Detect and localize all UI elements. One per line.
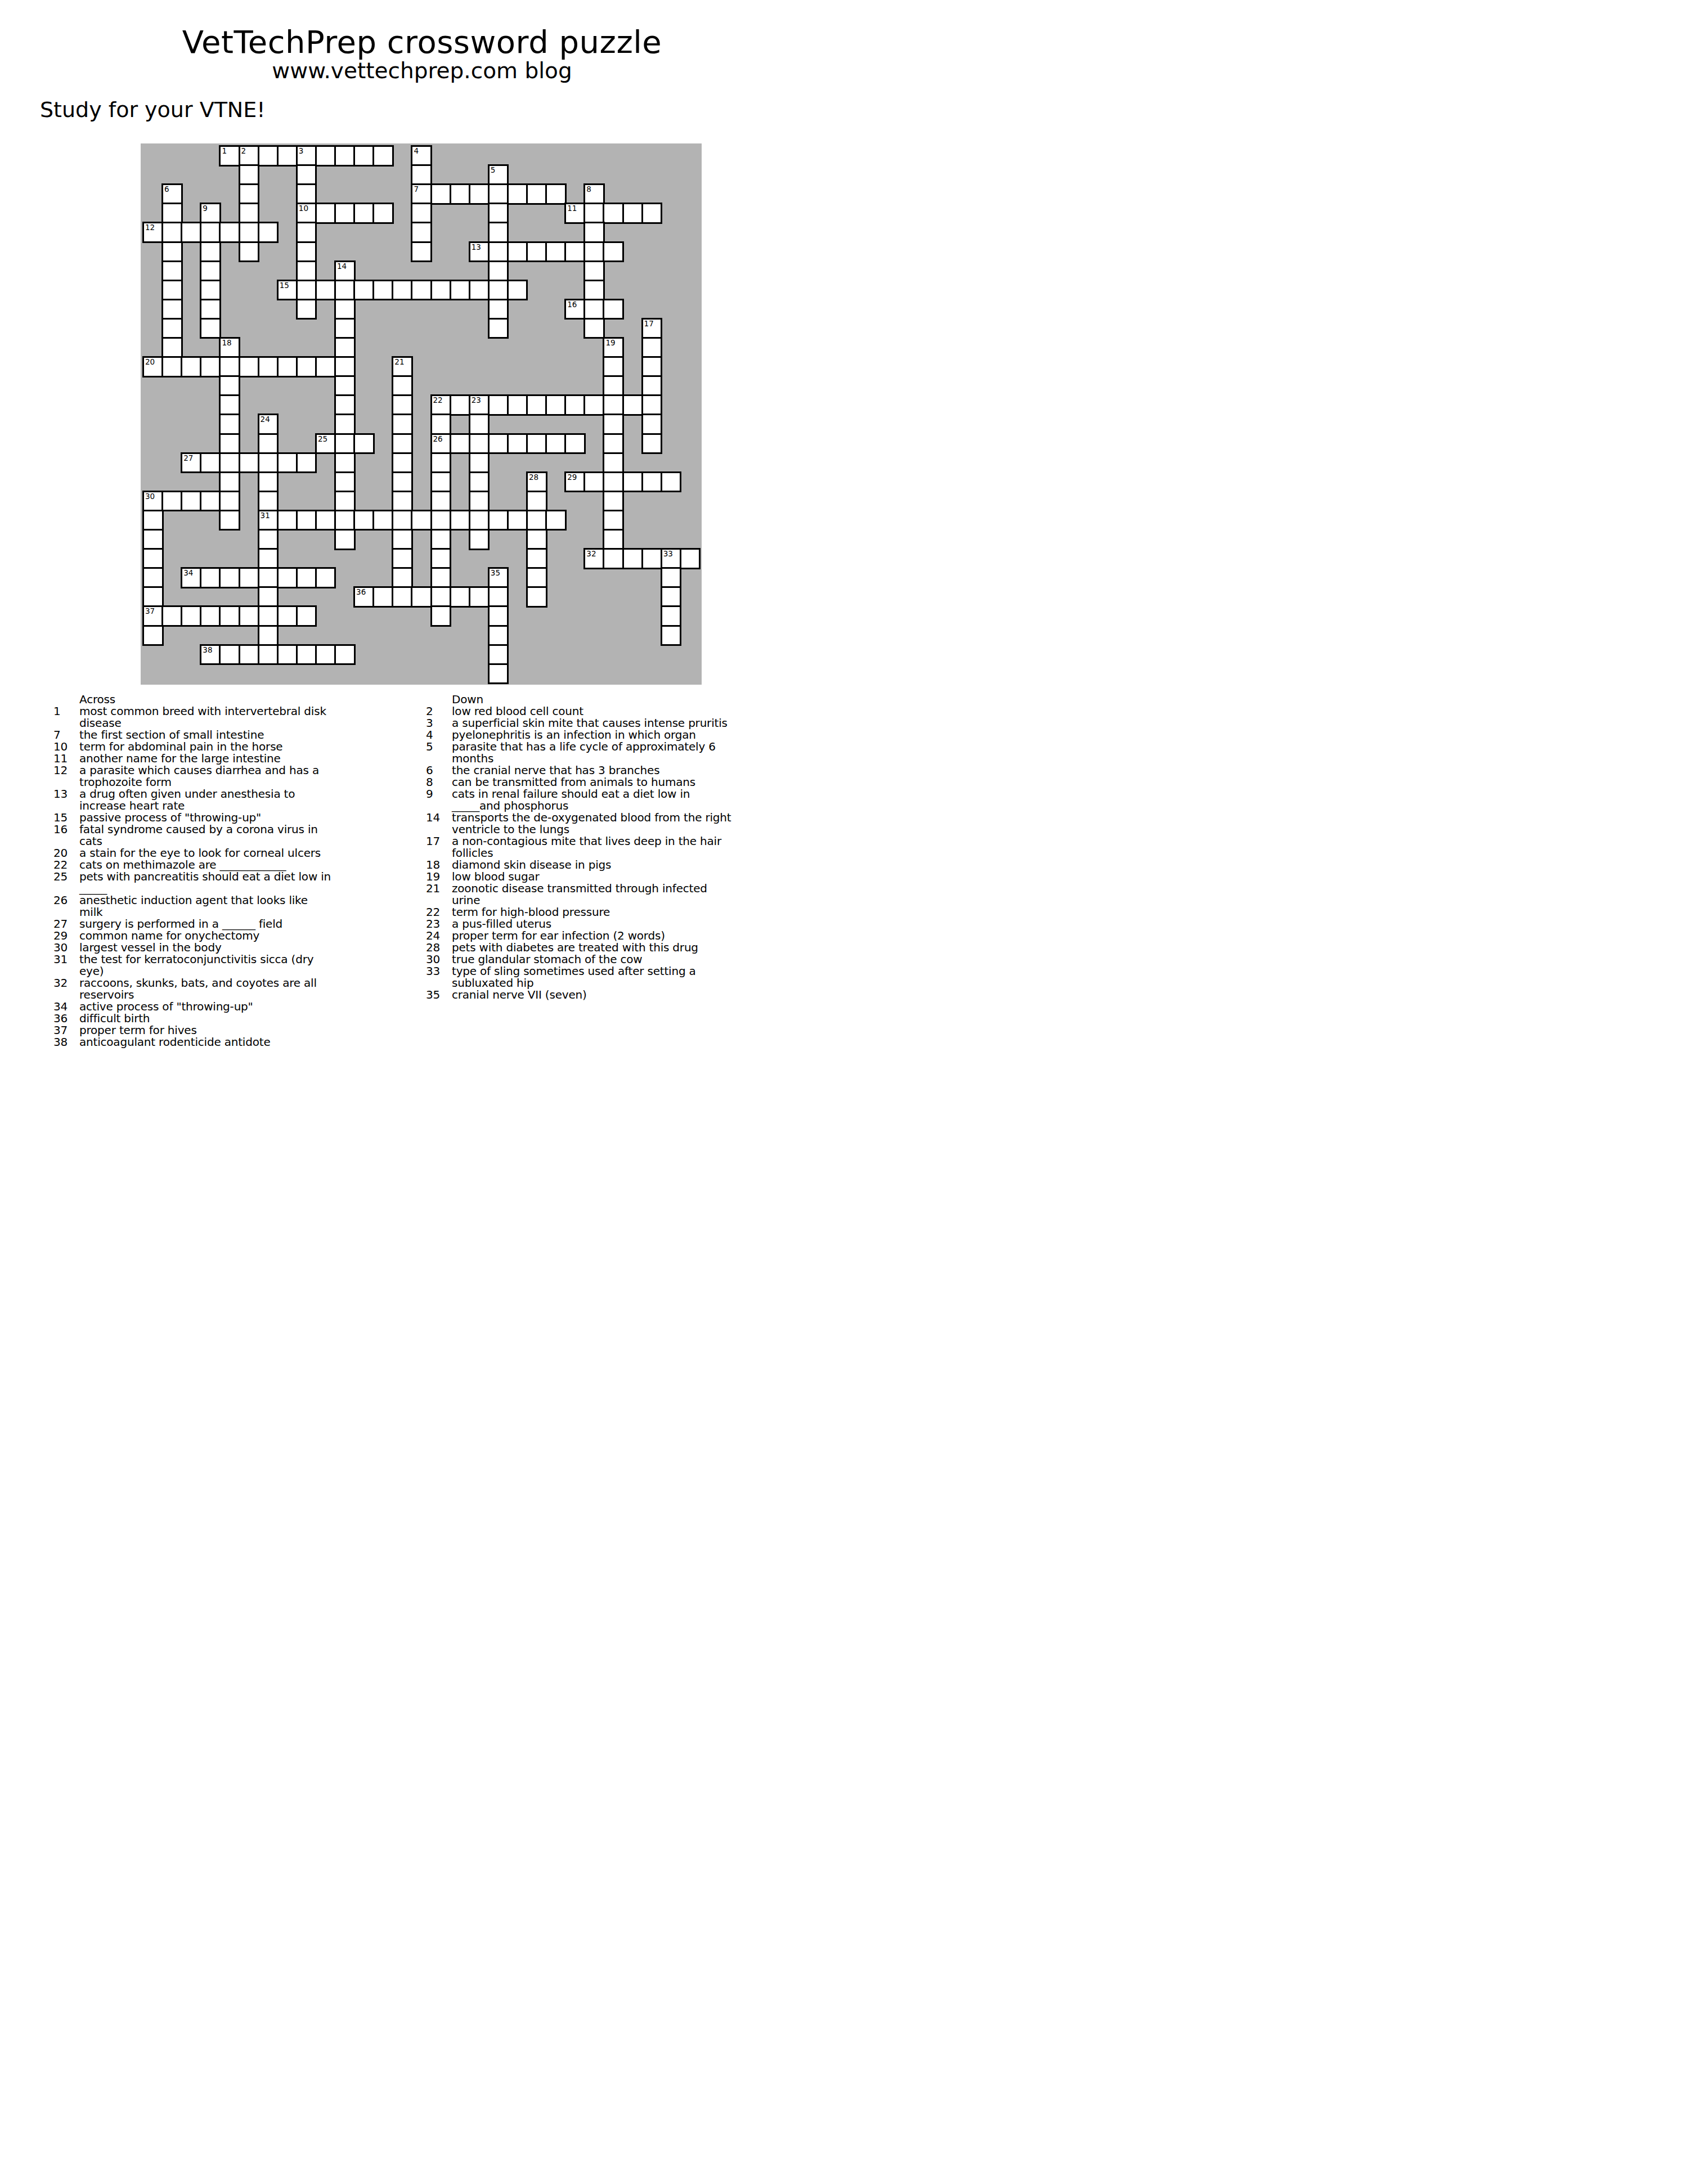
grid-cell[interactable]: [258, 433, 279, 455]
grid-cell[interactable]: [641, 337, 663, 358]
grid-cell[interactable]: [392, 414, 413, 435]
grid-cell[interactable]: [583, 203, 605, 224]
grid-cell[interactable]: [603, 491, 624, 512]
grid-cell[interactable]: [392, 452, 413, 474]
grid-cell[interactable]: [296, 452, 317, 474]
grid-cell[interactable]: [488, 318, 509, 339]
grid-cell[interactable]: [296, 164, 317, 186]
grid-cell[interactable]: [372, 510, 394, 531]
grid-cell[interactable]: [661, 567, 682, 588]
grid-cell[interactable]: [430, 491, 452, 512]
grid-cell[interactable]: [219, 356, 240, 378]
grid-cell[interactable]: [526, 586, 547, 608]
grid-cell[interactable]: [392, 510, 413, 531]
grid-cell[interactable]: [603, 356, 624, 378]
grid-cell[interactable]: 21: [392, 356, 413, 378]
grid-cell[interactable]: [219, 414, 240, 435]
grid-cell[interactable]: [161, 318, 183, 339]
grid-cell[interactable]: [526, 510, 547, 531]
grid-cell[interactable]: [392, 586, 413, 608]
grid-cell[interactable]: 27: [181, 452, 202, 474]
grid-cell[interactable]: [277, 644, 298, 666]
grid-cell[interactable]: [526, 567, 547, 588]
grid-cell[interactable]: 17: [641, 318, 663, 339]
grid-cell[interactable]: [430, 183, 452, 205]
grid-cell[interactable]: [469, 452, 490, 474]
grid-cell[interactable]: 20: [142, 356, 164, 378]
grid-cell[interactable]: [450, 510, 471, 531]
grid-cell[interactable]: [603, 529, 624, 550]
grid-cell[interactable]: 25: [315, 433, 336, 455]
grid-cell[interactable]: [603, 299, 624, 320]
grid-cell[interactable]: [277, 452, 298, 474]
grid-cell[interactable]: 37: [142, 605, 164, 627]
grid-cell[interactable]: [392, 280, 413, 301]
grid-cell[interactable]: [661, 625, 682, 646]
grid-cell[interactable]: [411, 280, 432, 301]
grid-cell[interactable]: [564, 433, 586, 455]
grid-cell[interactable]: [392, 433, 413, 455]
grid-cell[interactable]: [469, 491, 490, 512]
grid-cell[interactable]: [583, 394, 605, 416]
grid-cell[interactable]: [641, 471, 663, 493]
grid-cell[interactable]: 13: [469, 241, 490, 263]
grid-cell[interactable]: [142, 586, 164, 608]
grid-cell[interactable]: 36: [353, 586, 375, 608]
grid-cell[interactable]: [545, 183, 567, 205]
grid-cell[interactable]: [583, 471, 605, 493]
grid-cell[interactable]: [392, 567, 413, 588]
grid-cell[interactable]: [564, 394, 586, 416]
grid-cell[interactable]: [507, 394, 528, 416]
grid-cell[interactable]: [219, 452, 240, 474]
grid-cell[interactable]: [469, 183, 490, 205]
grid-cell[interactable]: 4: [411, 145, 432, 167]
grid-cell[interactable]: [622, 471, 644, 493]
grid-cell[interactable]: 30: [142, 491, 164, 512]
grid-cell[interactable]: [258, 529, 279, 550]
grid-cell[interactable]: [430, 280, 452, 301]
grid-cell[interactable]: [161, 280, 183, 301]
grid-cell[interactable]: [603, 203, 624, 224]
grid-cell[interactable]: [200, 241, 221, 263]
grid-cell[interactable]: [392, 375, 413, 397]
grid-cell[interactable]: [641, 548, 663, 569]
grid-cell[interactable]: [372, 586, 394, 608]
grid-cell[interactable]: 29: [564, 471, 586, 493]
grid-cell[interactable]: [641, 414, 663, 435]
grid-cell[interactable]: [296, 644, 317, 666]
grid-cell[interactable]: 32: [583, 548, 605, 569]
grid-cell[interactable]: [507, 433, 528, 455]
grid-cell[interactable]: [526, 548, 547, 569]
clue-number: 38: [53, 1036, 79, 1048]
grid-cell[interactable]: [161, 260, 183, 282]
grid-cell[interactable]: [161, 203, 183, 224]
grid-cell[interactable]: [641, 356, 663, 378]
grid-cell[interactable]: [296, 260, 317, 282]
grid-cell[interactable]: [469, 586, 490, 608]
grid-cell[interactable]: [469, 471, 490, 493]
grid-cell[interactable]: 1: [219, 145, 240, 167]
grid-cell[interactable]: 28: [526, 471, 547, 493]
grid-cell[interactable]: [200, 452, 221, 474]
grid-cell[interactable]: [353, 280, 375, 301]
grid-cell[interactable]: [219, 644, 240, 666]
grid-cell[interactable]: [603, 452, 624, 474]
grid-cell[interactable]: [334, 510, 356, 531]
grid-cell[interactable]: [507, 280, 528, 301]
grid-cell[interactable]: [488, 299, 509, 320]
grid-cell[interactable]: [200, 222, 221, 243]
grid-cell[interactable]: [622, 548, 644, 569]
grid-cell[interactable]: [430, 471, 452, 493]
grid-cell[interactable]: [411, 164, 432, 186]
grid-cell[interactable]: [488, 586, 509, 608]
grid-cell[interactable]: [488, 663, 509, 685]
grid-cell[interactable]: [488, 433, 509, 455]
grid-cell[interactable]: [430, 605, 452, 627]
grid-cell[interactable]: [200, 356, 221, 378]
grid-cell[interactable]: [430, 567, 452, 588]
grid-cell[interactable]: [334, 433, 356, 455]
grid-cell[interactable]: [603, 414, 624, 435]
clue-text: most common breed with intervertebral di…: [79, 705, 333, 729]
grid-cell[interactable]: [219, 375, 240, 397]
grid-cell[interactable]: [411, 510, 432, 531]
grid-cell[interactable]: [507, 183, 528, 205]
grid-cell[interactable]: [181, 222, 202, 243]
grid-cell[interactable]: [334, 375, 356, 397]
grid-cell[interactable]: [258, 356, 279, 378]
grid-cell[interactable]: [603, 375, 624, 397]
grid-cell[interactable]: [142, 567, 164, 588]
grid-cell[interactable]: [161, 222, 183, 243]
grid-cell[interactable]: [488, 644, 509, 666]
grid-cell[interactable]: [392, 529, 413, 550]
grid-cell[interactable]: [239, 356, 260, 378]
grid-cell[interactable]: [258, 491, 279, 512]
grid-cell[interactable]: 26: [430, 433, 452, 455]
grid-cell[interactable]: [315, 145, 336, 167]
grid-cell[interactable]: [488, 280, 509, 301]
grid-cell[interactable]: [296, 280, 317, 301]
grid-cell[interactable]: [450, 280, 471, 301]
cell-clue-number: 7: [414, 185, 419, 194]
grid-cell[interactable]: [450, 433, 471, 455]
grid-cell[interactable]: [200, 567, 221, 588]
grid-cell[interactable]: [488, 260, 509, 282]
grid-cell[interactable]: [372, 203, 394, 224]
grid-cell[interactable]: [450, 394, 471, 416]
grid-cell[interactable]: [488, 203, 509, 224]
grid-cell[interactable]: [296, 241, 317, 263]
grid-cell[interactable]: 33: [661, 548, 682, 569]
grid-cell[interactable]: [142, 625, 164, 646]
grid-cell[interactable]: [507, 241, 528, 263]
grid-cell[interactable]: [603, 510, 624, 531]
grid-cell[interactable]: [315, 356, 336, 378]
grid-cell[interactable]: [334, 644, 356, 666]
grid-cell[interactable]: [603, 394, 624, 416]
grid-cell[interactable]: [411, 241, 432, 263]
grid-cell[interactable]: [334, 491, 356, 512]
grid-cell[interactable]: [239, 164, 260, 186]
grid-cell[interactable]: [258, 548, 279, 569]
grid-cell[interactable]: [603, 241, 624, 263]
grid-cell[interactable]: [258, 605, 279, 627]
grid-cell[interactable]: 35: [488, 567, 509, 588]
grid-cell[interactable]: 31: [258, 510, 279, 531]
clue-number: 37: [53, 1024, 79, 1036]
grid-cell[interactable]: [219, 510, 240, 531]
grid-cell[interactable]: [200, 260, 221, 282]
grid-cell[interactable]: [142, 529, 164, 550]
grid-cell[interactable]: [526, 529, 547, 550]
grid-cell[interactable]: 7: [411, 183, 432, 205]
grid-cell[interactable]: [353, 510, 375, 531]
grid-cell[interactable]: [277, 567, 298, 588]
grid-cell[interactable]: 34: [181, 567, 202, 588]
grid-cell[interactable]: [181, 491, 202, 512]
grid-cell[interactable]: 18: [219, 337, 240, 358]
grid-cell[interactable]: [258, 222, 279, 243]
grid-cell[interactable]: [334, 452, 356, 474]
grid-cell[interactable]: [641, 394, 663, 416]
cell-clue-number: 27: [183, 454, 193, 462]
grid-cell[interactable]: [239, 241, 260, 263]
grid-cell[interactable]: [430, 452, 452, 474]
grid-cell[interactable]: [469, 280, 490, 301]
grid-cell[interactable]: [315, 280, 336, 301]
grid-cell[interactable]: [450, 183, 471, 205]
grid-cell[interactable]: 3: [296, 145, 317, 167]
grid-cell[interactable]: [334, 471, 356, 493]
grid-cell[interactable]: [334, 280, 356, 301]
grid-cell[interactable]: [219, 567, 240, 588]
grid-cell[interactable]: [622, 394, 644, 416]
grid-cell[interactable]: [296, 356, 317, 378]
grid-cell[interactable]: [181, 605, 202, 627]
grid-cell[interactable]: [507, 510, 528, 531]
grid-cell[interactable]: [142, 548, 164, 569]
grid-cell[interactable]: [315, 567, 336, 588]
grid-cell[interactable]: [430, 510, 452, 531]
grid-cell[interactable]: [258, 471, 279, 493]
grid-cell[interactable]: [526, 394, 547, 416]
grid-cell[interactable]: 24: [258, 414, 279, 435]
grid-cell[interactable]: [469, 529, 490, 550]
grid-cell[interactable]: [200, 280, 221, 301]
grid-cell[interactable]: [583, 222, 605, 243]
grid-cell[interactable]: [353, 433, 375, 455]
grid-cell[interactable]: [372, 145, 394, 167]
grid-cell[interactable]: 2: [239, 145, 260, 167]
grid-cell[interactable]: [583, 318, 605, 339]
grid-cell[interactable]: [296, 567, 317, 588]
grid-cell[interactable]: [545, 433, 567, 455]
grid-cell[interactable]: [450, 586, 471, 608]
grid-cell[interactable]: [219, 491, 240, 512]
grid-cell[interactable]: 9: [200, 203, 221, 224]
grid-cell[interactable]: 11: [564, 203, 586, 224]
grid-cell[interactable]: 23: [469, 394, 490, 416]
grid-cell[interactable]: [200, 605, 221, 627]
grid-cell[interactable]: 5: [488, 164, 509, 186]
grid-cell[interactable]: [583, 280, 605, 301]
grid-cell[interactable]: [219, 471, 240, 493]
grid-cell[interactable]: [661, 605, 682, 627]
grid-cell[interactable]: [680, 548, 701, 569]
grid-cell[interactable]: [200, 491, 221, 512]
grid-cell[interactable]: [334, 337, 356, 358]
grid-cell[interactable]: [315, 644, 336, 666]
grid-cell[interactable]: [258, 145, 279, 167]
grid-cell[interactable]: [277, 510, 298, 531]
grid-cell[interactable]: [219, 605, 240, 627]
grid-cell[interactable]: [488, 394, 509, 416]
grid-cell[interactable]: [239, 452, 260, 474]
grid-cell[interactable]: [603, 471, 624, 493]
grid-cell[interactable]: [411, 586, 432, 608]
grid-cell[interactable]: [239, 567, 260, 588]
grid-cell[interactable]: [277, 145, 298, 167]
across-clue-list: 1most common breed with intervertebral d…: [53, 705, 333, 1048]
grid-cell[interactable]: [430, 586, 452, 608]
grid-cell[interactable]: [661, 586, 682, 608]
grid-cell[interactable]: [564, 241, 586, 263]
grid-cell[interactable]: [296, 183, 317, 205]
grid-cell[interactable]: [583, 260, 605, 282]
grid-cell[interactable]: [315, 510, 336, 531]
grid-cell[interactable]: [296, 299, 317, 320]
grid-cell[interactable]: [526, 491, 547, 512]
grid-cell[interactable]: [296, 605, 317, 627]
grid-cell[interactable]: [334, 318, 356, 339]
grid-cell[interactable]: [161, 299, 183, 320]
grid-cell[interactable]: [488, 183, 509, 205]
grid-cell[interactable]: 19: [603, 337, 624, 358]
grid-cell[interactable]: [258, 567, 279, 588]
grid-cell[interactable]: [161, 337, 183, 358]
grid-cell[interactable]: [661, 471, 682, 493]
grid-cell[interactable]: 6: [161, 183, 183, 205]
grid-cell[interactable]: [469, 510, 490, 531]
grid-cell[interactable]: 15: [277, 280, 298, 301]
grid-cell[interactable]: 8: [583, 183, 605, 205]
grid-cell[interactable]: 10: [296, 203, 317, 224]
grid-cell[interactable]: 22: [430, 394, 452, 416]
grid-cell[interactable]: [239, 203, 260, 224]
grid-cell[interactable]: [142, 510, 164, 531]
grid-cell[interactable]: [392, 548, 413, 569]
grid-cell[interactable]: [411, 222, 432, 243]
grid-cell[interactable]: [296, 222, 317, 243]
grid-cell[interactable]: [239, 605, 260, 627]
grid-cell[interactable]: [526, 241, 547, 263]
grid-cell[interactable]: [161, 241, 183, 263]
grid-cell[interactable]: [469, 414, 490, 435]
grid-cell[interactable]: [277, 605, 298, 627]
grid-cell[interactable]: [372, 280, 394, 301]
grid-cell[interactable]: 14: [334, 260, 356, 282]
grid-cell[interactable]: [219, 433, 240, 455]
grid-cell[interactable]: [334, 414, 356, 435]
grid-cell[interactable]: [545, 241, 567, 263]
grid-cell[interactable]: [334, 145, 356, 167]
grid-cell[interactable]: [219, 222, 240, 243]
across-clues-section: Across 1most common breed with intervert…: [53, 694, 333, 1048]
grid-cell[interactable]: [219, 394, 240, 416]
grid-cell[interactable]: [583, 241, 605, 263]
grid-cell[interactable]: [353, 145, 375, 167]
grid-cell[interactable]: [430, 414, 452, 435]
grid-cell[interactable]: [488, 241, 509, 263]
grid-cell[interactable]: [161, 356, 183, 378]
grid-cell[interactable]: [296, 510, 317, 531]
grid-cell[interactable]: [603, 548, 624, 569]
grid-cell[interactable]: [181, 356, 202, 378]
grid-cell[interactable]: [334, 529, 356, 550]
grid-cell[interactable]: 12: [142, 222, 164, 243]
grid-cell[interactable]: [430, 548, 452, 569]
grid-cell[interactable]: [392, 394, 413, 416]
grid-cell[interactable]: [277, 356, 298, 378]
grid-cell[interactable]: [603, 433, 624, 455]
grid-cell[interactable]: [239, 183, 260, 205]
grid-cell[interactable]: [239, 644, 260, 666]
grid-cell[interactable]: [200, 318, 221, 339]
grid-cell[interactable]: [334, 356, 356, 378]
grid-cell[interactable]: [411, 203, 432, 224]
grid-cell[interactable]: [258, 586, 279, 608]
grid-cell[interactable]: [161, 491, 183, 512]
grid-cell[interactable]: [258, 644, 279, 666]
grid-cell[interactable]: [488, 625, 509, 646]
grid-cell[interactable]: [334, 394, 356, 416]
grid-cell[interactable]: [258, 625, 279, 646]
grid-cell[interactable]: [392, 471, 413, 493]
grid-cell[interactable]: [488, 510, 509, 531]
grid-cell[interactable]: [334, 203, 356, 224]
grid-cell[interactable]: [526, 433, 547, 455]
grid-cell[interactable]: [353, 203, 375, 224]
grid-cell[interactable]: [526, 183, 547, 205]
clue-text: a parasite which causes diarrhea and has…: [79, 765, 333, 788]
grid-cell[interactable]: [545, 394, 567, 416]
grid-cell[interactable]: [488, 605, 509, 627]
grid-cell[interactable]: [545, 510, 567, 531]
grid-cell[interactable]: [583, 299, 605, 320]
grid-cell[interactable]: [622, 203, 644, 224]
grid-cell[interactable]: [430, 529, 452, 550]
grid-cell[interactable]: [641, 203, 663, 224]
grid-cell[interactable]: 16: [564, 299, 586, 320]
grid-cell[interactable]: [641, 375, 663, 397]
grid-cell[interactable]: [469, 433, 490, 455]
grid-cell[interactable]: [258, 452, 279, 474]
grid-cell[interactable]: [161, 605, 183, 627]
grid-cell[interactable]: [200, 299, 221, 320]
grid-cell[interactable]: [641, 433, 663, 455]
page-title: VetTechPrep crossword puzzle: [0, 25, 844, 60]
grid-cell[interactable]: [334, 299, 356, 320]
grid-cell[interactable]: [315, 203, 336, 224]
grid-cell[interactable]: [392, 491, 413, 512]
grid-cell[interactable]: [488, 222, 509, 243]
grid-cell[interactable]: [239, 222, 260, 243]
grid-cell[interactable]: 38: [200, 644, 221, 666]
